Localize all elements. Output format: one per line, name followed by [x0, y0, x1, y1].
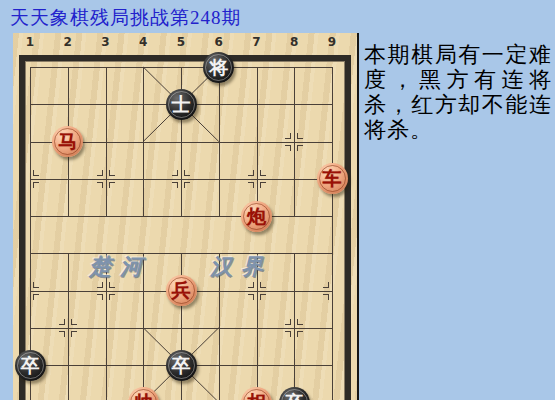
piece-red-chariot[interactable]: 车 — [317, 163, 348, 194]
piece-glyph: 相 — [241, 387, 272, 400]
piece-glyph: 兵 — [166, 275, 197, 306]
piece-glyph: 卒 — [15, 350, 46, 381]
piece-glyph: 车 — [317, 163, 348, 194]
piece-glyph: 卒 — [166, 350, 197, 381]
piece-red-general[interactable]: 帅 — [128, 387, 159, 400]
page-title: 天天象棋残局挑战第248期 — [10, 5, 242, 31]
piece-black-soldier-a[interactable]: 卒 — [15, 350, 46, 381]
piece-glyph: 帅 — [128, 387, 159, 400]
river-label-right: 汉界 — [210, 252, 272, 282]
piece-black-general[interactable]: 将 — [203, 52, 234, 83]
piece-black-soldier-c[interactable]: 卒 — [279, 387, 310, 400]
piece-red-soldier[interactable]: 兵 — [166, 275, 197, 306]
river-label-left: 楚河 — [89, 252, 151, 282]
piece-glyph: 士 — [166, 89, 197, 120]
piece-glyph: 卒 — [279, 387, 310, 400]
piece-black-soldier-b[interactable]: 卒 — [166, 350, 197, 381]
puzzle-description: 本期棋局有一定难度，黑方有连将杀，红方却不能连将杀。 — [364, 42, 552, 142]
piece-red-horse[interactable]: 马 — [52, 126, 83, 157]
app-window: 天天象棋残局挑战第248期 本期棋局有一定难度，黑方有连将杀，红方却不能连将杀。… — [0, 0, 555, 400]
piece-red-cannon[interactable]: 炮 — [241, 201, 272, 232]
xiangqi-board: 123456789 楚河 汉界 将士马车炮兵卒卒帅相卒 — [13, 33, 359, 400]
piece-red-elephant[interactable]: 相 — [241, 387, 272, 400]
piece-black-advisor[interactable]: 士 — [166, 89, 197, 120]
piece-glyph: 炮 — [241, 201, 272, 232]
piece-glyph: 将 — [203, 52, 234, 83]
piece-glyph: 马 — [52, 126, 83, 157]
